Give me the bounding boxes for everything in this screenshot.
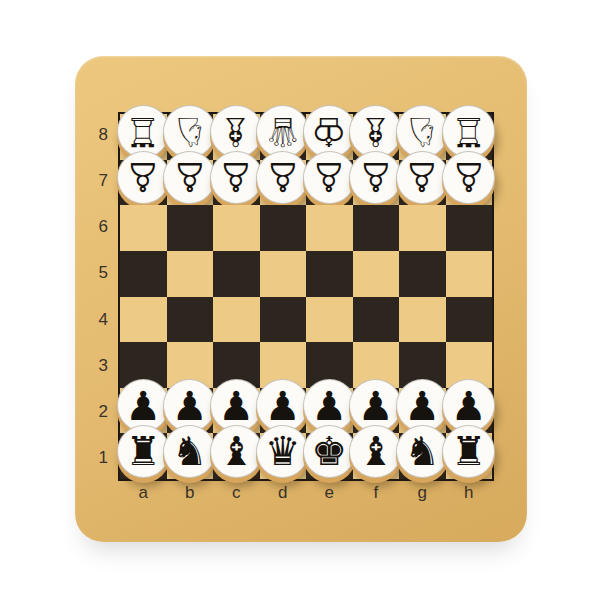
square-d6[interactable] xyxy=(260,205,307,251)
square-a4[interactable] xyxy=(120,297,167,343)
piece-glyph: ♟ xyxy=(125,386,161,426)
board-mat: 87654321 ♖♘♗♕♔♗♘♖♙♙♙♙♙♙♙♙♟♟♟♟♟♟♟♟♜♞♝♛♚♝♞… xyxy=(75,56,527,542)
rank-label-1: 1 xyxy=(83,435,115,481)
piece-glyph: ♟ xyxy=(451,386,487,426)
piece-glyph: ♟ xyxy=(404,386,440,426)
piece-glyph: ♜ xyxy=(125,431,161,471)
piece-white-pawn[interactable]: ♙ xyxy=(210,151,263,204)
file-label-f: f xyxy=(353,483,400,507)
piece-white-pawn[interactable]: ♙ xyxy=(349,151,402,204)
piece-glyph: ♗ xyxy=(218,112,254,152)
piece-glyph: ♛ xyxy=(265,431,301,471)
square-g1[interactable]: ♞ xyxy=(399,433,446,479)
rank-label-4: 4 xyxy=(83,297,115,343)
file-label-d: d xyxy=(260,483,307,507)
square-e4[interactable] xyxy=(306,297,353,343)
piece-black-king[interactable]: ♚ xyxy=(303,425,356,478)
square-c1[interactable]: ♝ xyxy=(213,433,260,479)
square-h4[interactable] xyxy=(446,297,493,343)
piece-glyph: ♙ xyxy=(265,157,301,197)
file-label-h: h xyxy=(446,483,493,507)
piece-glyph: ♜ xyxy=(451,431,487,471)
piece-glyph: ♞ xyxy=(404,431,440,471)
rank-label-3: 3 xyxy=(83,343,115,389)
square-e5[interactable] xyxy=(306,251,353,297)
piece-glyph: ♖ xyxy=(125,112,161,152)
rank-label-6: 6 xyxy=(83,204,115,250)
piece-black-bishop[interactable]: ♝ xyxy=(210,425,263,478)
piece-glyph: ♕ xyxy=(265,112,301,152)
piece-black-knight[interactable]: ♞ xyxy=(163,425,216,478)
square-a7[interactable]: ♙ xyxy=(120,160,167,206)
square-f6[interactable] xyxy=(353,205,400,251)
square-d5[interactable] xyxy=(260,251,307,297)
piece-white-pawn[interactable]: ♙ xyxy=(163,151,216,204)
piece-glyph: ♟ xyxy=(265,386,301,426)
file-label-e: e xyxy=(306,483,353,507)
piece-black-rook[interactable]: ♜ xyxy=(117,425,170,478)
rank-label-8: 8 xyxy=(83,112,115,158)
piece-glyph: ♝ xyxy=(218,431,254,471)
piece-white-pawn[interactable]: ♙ xyxy=(396,151,449,204)
square-d4[interactable] xyxy=(260,297,307,343)
piece-glyph: ♙ xyxy=(311,157,347,197)
square-h5[interactable] xyxy=(446,251,493,297)
square-h1[interactable]: ♜ xyxy=(446,433,493,479)
square-a1[interactable]: ♜ xyxy=(120,433,167,479)
piece-glyph: ♘ xyxy=(404,112,440,152)
square-b5[interactable] xyxy=(167,251,214,297)
file-label-b: b xyxy=(167,483,214,507)
square-d7[interactable]: ♙ xyxy=(260,160,307,206)
square-a5[interactable] xyxy=(120,251,167,297)
piece-black-bishop[interactable]: ♝ xyxy=(349,425,402,478)
piece-glyph: ♘ xyxy=(172,112,208,152)
square-c4[interactable] xyxy=(213,297,260,343)
piece-white-pawn[interactable]: ♙ xyxy=(442,151,495,204)
square-d1[interactable]: ♛ xyxy=(260,433,307,479)
piece-glyph: ♟ xyxy=(358,386,394,426)
file-labels: abcdefgh xyxy=(120,483,492,507)
rank-label-2: 2 xyxy=(83,389,115,435)
square-e7[interactable]: ♙ xyxy=(306,160,353,206)
piece-glyph: ♙ xyxy=(218,157,254,197)
square-e1[interactable]: ♚ xyxy=(306,433,353,479)
piece-glyph: ♙ xyxy=(172,157,208,197)
square-c5[interactable] xyxy=(213,251,260,297)
square-e6[interactable] xyxy=(306,205,353,251)
piece-glyph: ♙ xyxy=(125,157,161,197)
piece-glyph: ♞ xyxy=(172,431,208,471)
file-label-c: c xyxy=(213,483,260,507)
square-b1[interactable]: ♞ xyxy=(167,433,214,479)
piece-glyph: ♖ xyxy=(451,112,487,152)
square-b4[interactable] xyxy=(167,297,214,343)
piece-glyph: ♙ xyxy=(404,157,440,197)
square-g7[interactable]: ♙ xyxy=(399,160,446,206)
square-f5[interactable] xyxy=(353,251,400,297)
chess-board: ♖♘♗♕♔♗♘♖♙♙♙♙♙♙♙♙♟♟♟♟♟♟♟♟♜♞♝♛♚♝♞♜ xyxy=(118,112,494,481)
square-c6[interactable] xyxy=(213,205,260,251)
piece-black-rook[interactable]: ♜ xyxy=(442,425,495,478)
piece-white-pawn[interactable]: ♙ xyxy=(256,151,309,204)
square-a6[interactable] xyxy=(120,205,167,251)
square-b6[interactable] xyxy=(167,205,214,251)
file-label-a: a xyxy=(120,483,167,507)
piece-glyph: ♚ xyxy=(311,431,347,471)
square-f7[interactable]: ♙ xyxy=(353,160,400,206)
piece-white-pawn[interactable]: ♙ xyxy=(117,151,170,204)
piece-black-queen[interactable]: ♛ xyxy=(256,425,309,478)
file-label-g: g xyxy=(399,483,446,507)
piece-glyph: ♟ xyxy=(172,386,208,426)
rank-label-7: 7 xyxy=(83,158,115,204)
rank-label-5: 5 xyxy=(83,250,115,296)
piece-glyph: ♗ xyxy=(358,112,394,152)
piece-glyph: ♝ xyxy=(358,431,394,471)
rank-labels: 87654321 xyxy=(83,112,115,481)
square-f1[interactable]: ♝ xyxy=(353,433,400,479)
square-b7[interactable]: ♙ xyxy=(167,160,214,206)
piece-glyph: ♟ xyxy=(311,386,347,426)
piece-white-pawn[interactable]: ♙ xyxy=(303,151,356,204)
piece-glyph: ♔ xyxy=(311,112,347,152)
square-g5[interactable] xyxy=(399,251,446,297)
piece-black-knight[interactable]: ♞ xyxy=(396,425,449,478)
piece-glyph: ♙ xyxy=(358,157,394,197)
square-g4[interactable] xyxy=(399,297,446,343)
square-h6[interactable] xyxy=(446,205,493,251)
piece-glyph: ♙ xyxy=(451,157,487,197)
square-f4[interactable] xyxy=(353,297,400,343)
square-g6[interactable] xyxy=(399,205,446,251)
square-h7[interactable]: ♙ xyxy=(446,160,493,206)
square-c7[interactable]: ♙ xyxy=(213,160,260,206)
piece-glyph: ♟ xyxy=(218,386,254,426)
